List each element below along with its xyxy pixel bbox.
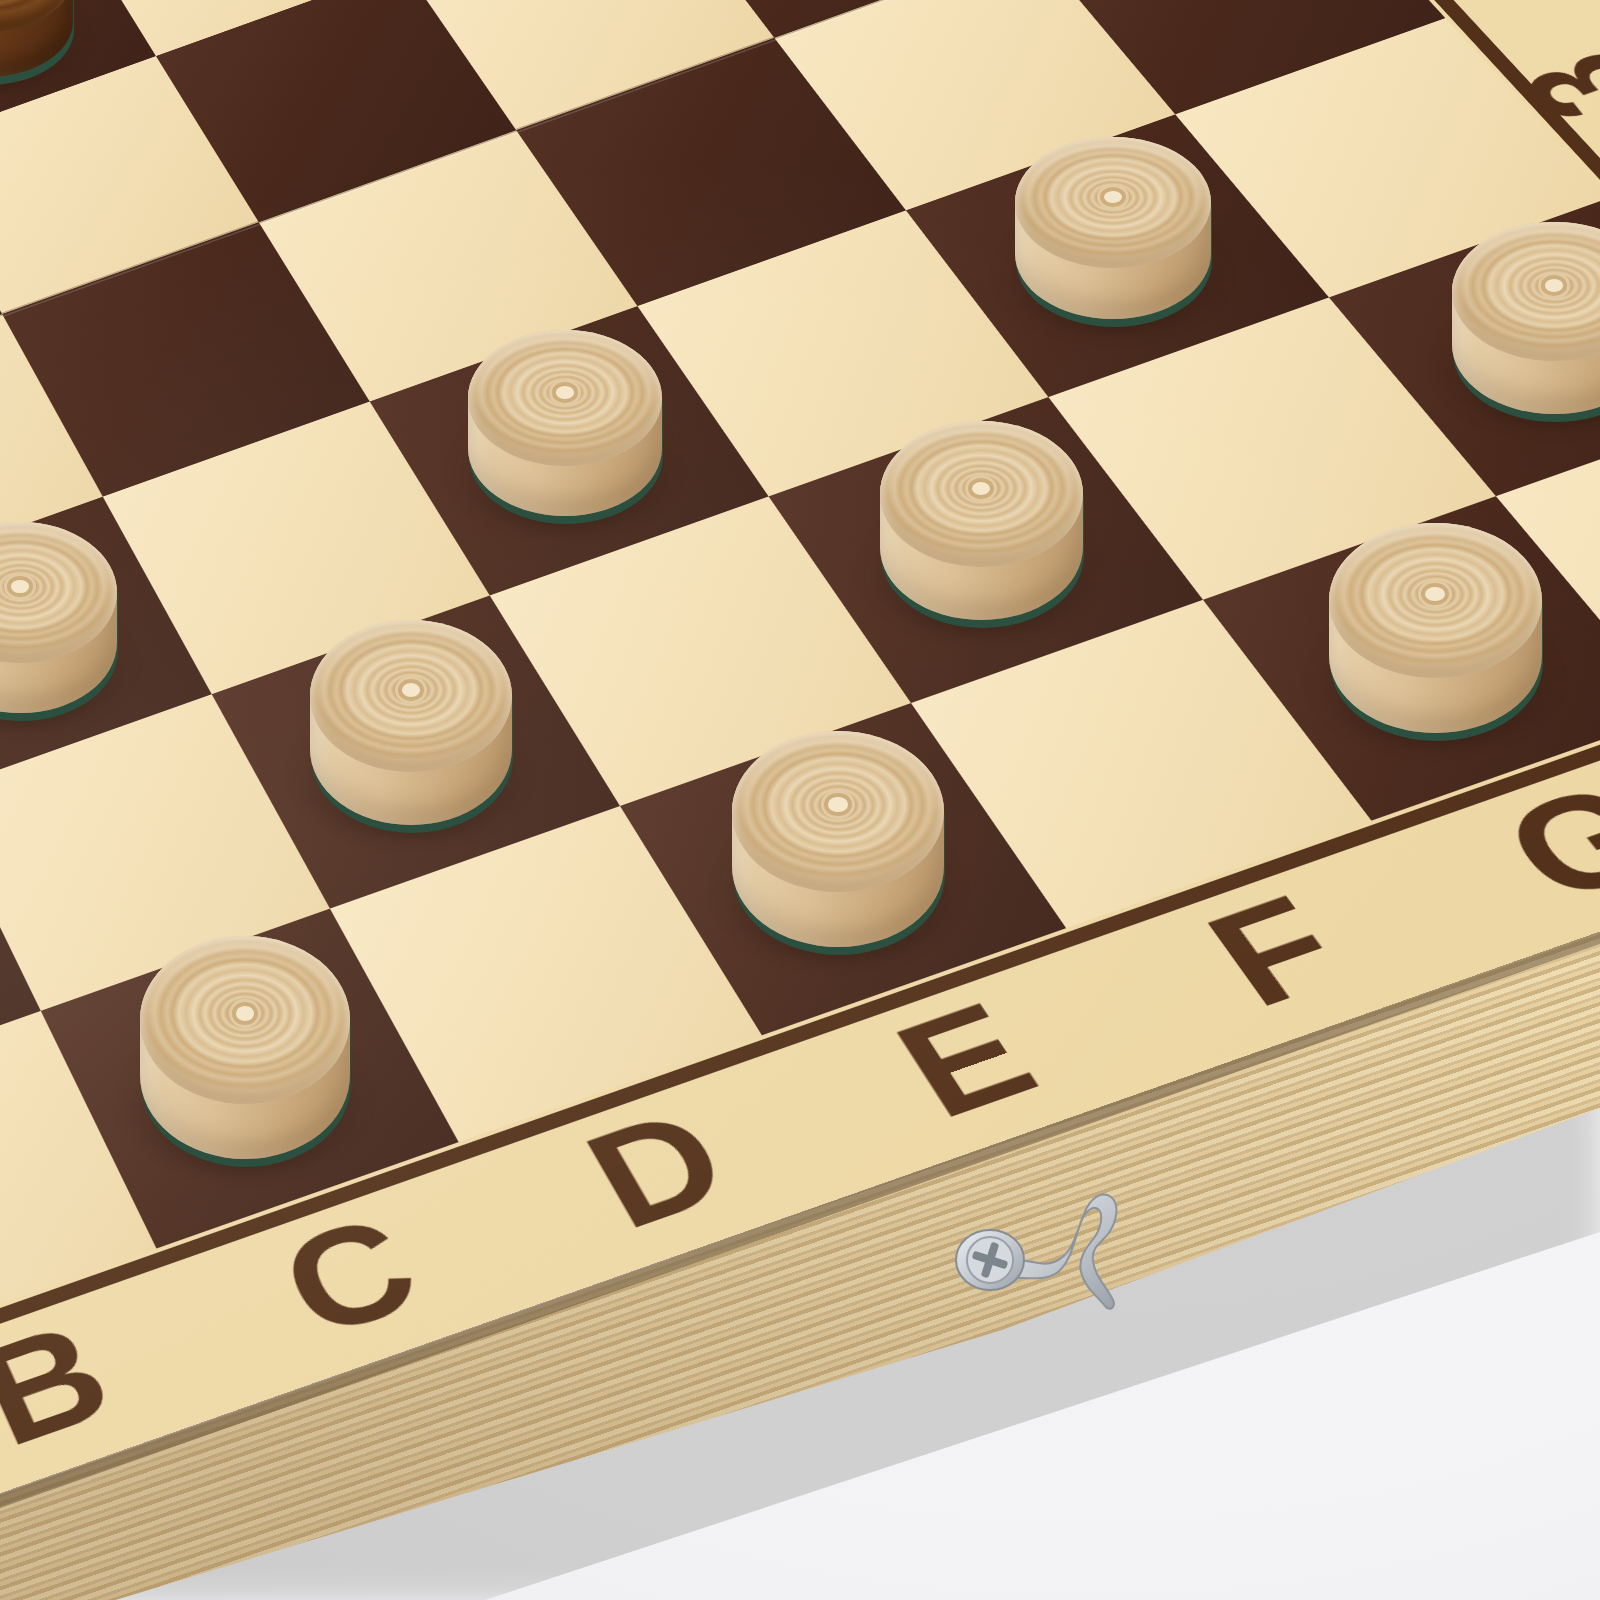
- piece-top-rings: [140, 936, 350, 1104]
- checker-c3[interactable]: [0, 522, 117, 713]
- piece-top-rings: [880, 421, 1083, 567]
- checker-d6[interactable]: [0, 0, 73, 77]
- checker-e3[interactable]: [468, 330, 662, 516]
- piece-top-rings: [1015, 137, 1211, 268]
- checker-c1[interactable]: [140, 936, 350, 1159]
- checker-g1[interactable]: [1329, 523, 1542, 733]
- piece-top-rings: [468, 330, 662, 466]
- checker-d2[interactable]: [310, 620, 512, 825]
- piece-top-rings: [310, 620, 512, 772]
- photo-stage: ABCDEFGH 87654321: [0, 0, 1600, 1600]
- piece-top-rings: [1329, 523, 1542, 678]
- checker-e1[interactable]: [732, 731, 944, 947]
- checker-f2[interactable]: [880, 421, 1083, 620]
- pieces-layer: [0, 0, 1600, 1600]
- piece-top-rings: [732, 731, 944, 892]
- checker-h2[interactable]: [1452, 222, 1600, 414]
- latch-clasp[interactable]: [880, 1140, 1160, 1380]
- checker-g3[interactable]: [1015, 137, 1211, 319]
